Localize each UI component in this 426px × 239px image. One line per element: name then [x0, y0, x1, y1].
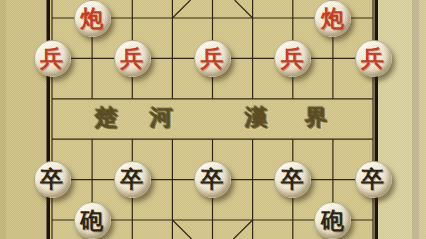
piece-glyph: 炮: [80, 6, 103, 29]
piece-black-cannon[interactable]: 砲: [74, 202, 111, 239]
right-margin-groove: [412, 0, 419, 239]
piece-red-soldier[interactable]: 兵: [194, 40, 231, 77]
piece-glyph: 卒: [361, 168, 384, 191]
pieces-grid: 炮炮兵兵兵兵兵卒卒卒卒卒砲砲: [32, 0, 394, 239]
piece-glyph: 卒: [281, 168, 304, 191]
piece-black-soldier[interactable]: 卒: [274, 161, 311, 198]
piece-black-soldier[interactable]: 卒: [34, 161, 71, 198]
right-margin-light: [419, 0, 426, 239]
piece-glyph: 卒: [120, 168, 143, 191]
piece-glyph: 砲: [321, 208, 344, 231]
piece-glyph: 卒: [40, 168, 63, 191]
piece-black-soldier[interactable]: 卒: [194, 161, 231, 198]
piece-glyph: 兵: [120, 47, 143, 70]
piece-glyph: 兵: [201, 47, 224, 70]
piece-red-soldier[interactable]: 兵: [355, 40, 392, 77]
piece-black-cannon[interactable]: 砲: [314, 202, 351, 239]
piece-glyph: 炮: [321, 6, 344, 29]
piece-red-soldier[interactable]: 兵: [114, 40, 151, 77]
piece-red-soldier[interactable]: 兵: [34, 40, 71, 77]
piece-red-soldier[interactable]: 兵: [274, 40, 311, 77]
piece-black-soldier[interactable]: 卒: [114, 161, 151, 198]
piece-glyph: 兵: [40, 47, 63, 70]
piece-red-cannon[interactable]: 炮: [74, 0, 111, 37]
piece-glyph: 兵: [361, 47, 384, 70]
left-edge-streak: [0, 0, 6, 239]
xiangqi-board: 楚河 漢界 炮炮兵兵兵兵兵卒卒卒卒卒砲砲: [0, 0, 426, 239]
piece-glyph: 砲: [80, 208, 103, 231]
piece-red-cannon[interactable]: 炮: [314, 0, 351, 37]
piece-black-soldier[interactable]: 卒: [355, 161, 392, 198]
piece-glyph: 卒: [201, 168, 224, 191]
piece-glyph: 兵: [281, 47, 304, 70]
